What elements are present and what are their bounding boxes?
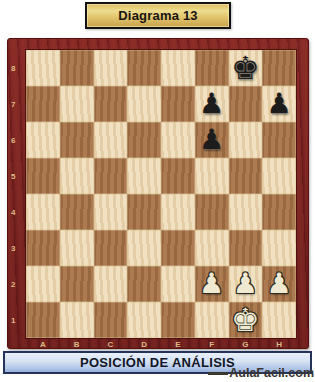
square-h1 [262, 302, 296, 338]
square-b3 [60, 230, 94, 266]
file-label-d: D [127, 338, 161, 350]
square-g4 [229, 194, 263, 230]
squares-grid: ♚♟♟♟♟♟♟♚ [25, 49, 297, 339]
square-d3 [127, 230, 161, 266]
piece-white-pawn-g2: ♟ [233, 266, 258, 302]
rank-label-3: 3 [8, 230, 26, 266]
file-label-g: G [229, 338, 263, 350]
square-d4 [127, 194, 161, 230]
square-e4 [161, 194, 195, 230]
square-f2: ♟ [195, 266, 229, 302]
rank-labels: 87654321 [8, 50, 26, 338]
square-f4 [195, 194, 229, 230]
square-d1 [127, 302, 161, 338]
file-label-h: H [262, 338, 296, 350]
square-a3 [26, 230, 60, 266]
rank-label-4: 4 [8, 194, 26, 230]
square-c4 [94, 194, 128, 230]
rank-label-2: 2 [8, 266, 26, 302]
square-a5 [26, 158, 60, 194]
square-h3 [262, 230, 296, 266]
square-f1 [195, 302, 229, 338]
square-g6 [229, 122, 263, 158]
piece-black-pawn-h7: ♟ [267, 86, 292, 122]
diagram-title: Diagrama 13 [85, 2, 231, 29]
square-b4 [60, 194, 94, 230]
file-label-c: C [94, 338, 128, 350]
chess-board: 87654321 ♚♟♟♟♟♟♟♚ ABCDEFGH [7, 38, 309, 349]
diagram-page: Diagrama 13 87654321 ♚♟♟♟♟♟♟♚ ABCDEFGH P… [0, 0, 315, 382]
square-a8 [26, 50, 60, 86]
square-h5 [262, 158, 296, 194]
rank-label-1: 1 [8, 302, 26, 338]
square-g3 [229, 230, 263, 266]
square-h8 [262, 50, 296, 86]
square-b6 [60, 122, 94, 158]
square-b1 [60, 302, 94, 338]
piece-black-pawn-f7: ♟ [199, 86, 224, 122]
square-h2: ♟ [262, 266, 296, 302]
square-f7: ♟ [195, 86, 229, 122]
square-g1: ♚ [229, 302, 263, 338]
piece-white-king-g1: ♚ [231, 302, 260, 338]
square-b7 [60, 86, 94, 122]
rank-label-7: 7 [8, 86, 26, 122]
square-h4 [262, 194, 296, 230]
watermark-dash [208, 372, 228, 375]
file-labels: ABCDEFGH [26, 338, 296, 350]
square-d7 [127, 86, 161, 122]
square-h6 [262, 122, 296, 158]
square-g8: ♚ [229, 50, 263, 86]
square-e5 [161, 158, 195, 194]
square-c6 [94, 122, 128, 158]
piece-black-king-g8: ♚ [231, 50, 260, 86]
square-e8 [161, 50, 195, 86]
square-e2 [161, 266, 195, 302]
rank-label-8: 8 [8, 50, 26, 86]
square-d5 [127, 158, 161, 194]
square-c1 [94, 302, 128, 338]
square-f8 [195, 50, 229, 86]
watermark-label: AulaFacil.com [229, 366, 314, 380]
square-a2 [26, 266, 60, 302]
square-a1 [26, 302, 60, 338]
square-f6: ♟ [195, 122, 229, 158]
square-e7 [161, 86, 195, 122]
file-label-e: E [161, 338, 195, 350]
square-a7 [26, 86, 60, 122]
square-b5 [60, 158, 94, 194]
square-b8 [60, 50, 94, 86]
square-c3 [94, 230, 128, 266]
piece-black-pawn-f6: ♟ [199, 122, 224, 158]
file-label-b: B [60, 338, 94, 350]
diagram-title-label: Diagrama 13 [118, 8, 198, 23]
square-d6 [127, 122, 161, 158]
rank-label-5: 5 [8, 158, 26, 194]
square-c7 [94, 86, 128, 122]
square-c8 [94, 50, 128, 86]
square-c5 [94, 158, 128, 194]
square-e1 [161, 302, 195, 338]
piece-white-pawn-f2: ♟ [199, 266, 224, 302]
file-label-a: A [26, 338, 60, 350]
square-h7: ♟ [262, 86, 296, 122]
square-e6 [161, 122, 195, 158]
square-a6 [26, 122, 60, 158]
square-a4 [26, 194, 60, 230]
square-f5 [195, 158, 229, 194]
square-g7 [229, 86, 263, 122]
piece-white-pawn-h2: ♟ [267, 266, 292, 302]
watermark: AulaFacil.com [208, 366, 314, 380]
square-g5 [229, 158, 263, 194]
square-d8 [127, 50, 161, 86]
square-g2: ♟ [229, 266, 263, 302]
rank-label-6: 6 [8, 122, 26, 158]
square-f3 [195, 230, 229, 266]
square-c2 [94, 266, 128, 302]
file-label-f: F [195, 338, 229, 350]
square-b2 [60, 266, 94, 302]
square-d2 [127, 266, 161, 302]
square-e3 [161, 230, 195, 266]
